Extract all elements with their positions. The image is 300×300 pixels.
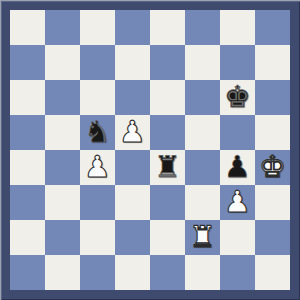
square-b5[interactable] xyxy=(45,115,80,150)
square-d6[interactable] xyxy=(115,80,150,115)
square-b1[interactable] xyxy=(45,255,80,290)
square-a8[interactable] xyxy=(10,10,45,45)
black-knight[interactable]: ♞ xyxy=(84,115,111,149)
square-c3[interactable] xyxy=(80,185,115,220)
square-h3[interactable] xyxy=(255,185,290,220)
square-f7[interactable] xyxy=(185,45,220,80)
square-f5[interactable] xyxy=(185,115,220,150)
square-h6[interactable] xyxy=(255,80,290,115)
square-g3[interactable]: ♟ xyxy=(220,185,255,220)
square-c2[interactable] xyxy=(80,220,115,255)
square-b8[interactable] xyxy=(45,10,80,45)
square-d3[interactable] xyxy=(115,185,150,220)
square-e8[interactable] xyxy=(150,10,185,45)
black-king[interactable]: ♚ xyxy=(224,80,251,114)
white-pawn[interactable]: ♟ xyxy=(224,185,251,219)
square-h4[interactable]: ♚ xyxy=(255,150,290,185)
square-e4[interactable]: ♜ xyxy=(150,150,185,185)
square-b2[interactable] xyxy=(45,220,80,255)
square-c6[interactable] xyxy=(80,80,115,115)
square-c8[interactable] xyxy=(80,10,115,45)
square-b7[interactable] xyxy=(45,45,80,80)
square-c7[interactable] xyxy=(80,45,115,80)
square-a4[interactable] xyxy=(10,150,45,185)
square-a2[interactable] xyxy=(10,220,45,255)
black-rook[interactable]: ♜ xyxy=(154,150,181,184)
square-c1[interactable] xyxy=(80,255,115,290)
square-f2[interactable]: ♜ xyxy=(185,220,220,255)
square-a7[interactable] xyxy=(10,45,45,80)
square-h2[interactable] xyxy=(255,220,290,255)
square-g6[interactable]: ♚ xyxy=(220,80,255,115)
square-g1[interactable] xyxy=(220,255,255,290)
square-c4[interactable]: ♟ xyxy=(80,150,115,185)
white-rook[interactable]: ♜ xyxy=(189,220,216,254)
square-e1[interactable] xyxy=(150,255,185,290)
white-king[interactable]: ♚ xyxy=(259,150,286,184)
square-a5[interactable] xyxy=(10,115,45,150)
black-pawn[interactable]: ♟ xyxy=(224,150,251,184)
square-d7[interactable] xyxy=(115,45,150,80)
square-a6[interactable] xyxy=(10,80,45,115)
square-e5[interactable] xyxy=(150,115,185,150)
square-b4[interactable] xyxy=(45,150,80,185)
board-frame: ♚♞♟♟♜♟♚♟♜ xyxy=(0,0,300,300)
white-pawn[interactable]: ♟ xyxy=(84,150,111,184)
square-d1[interactable] xyxy=(115,255,150,290)
square-e3[interactable] xyxy=(150,185,185,220)
square-h8[interactable] xyxy=(255,10,290,45)
square-g4[interactable]: ♟ xyxy=(220,150,255,185)
square-d4[interactable] xyxy=(115,150,150,185)
square-f1[interactable] xyxy=(185,255,220,290)
square-e6[interactable] xyxy=(150,80,185,115)
square-d2[interactable] xyxy=(115,220,150,255)
chessboard: ♚♞♟♟♜♟♚♟♜ xyxy=(10,10,290,290)
square-g8[interactable] xyxy=(220,10,255,45)
square-b3[interactable] xyxy=(45,185,80,220)
square-b6[interactable] xyxy=(45,80,80,115)
square-g7[interactable] xyxy=(220,45,255,80)
square-c5[interactable]: ♞ xyxy=(80,115,115,150)
square-f8[interactable] xyxy=(185,10,220,45)
square-f4[interactable] xyxy=(185,150,220,185)
square-a3[interactable] xyxy=(10,185,45,220)
square-h7[interactable] xyxy=(255,45,290,80)
square-h5[interactable] xyxy=(255,115,290,150)
square-a1[interactable] xyxy=(10,255,45,290)
square-h1[interactable] xyxy=(255,255,290,290)
square-d8[interactable] xyxy=(115,10,150,45)
square-g5[interactable] xyxy=(220,115,255,150)
square-e7[interactable] xyxy=(150,45,185,80)
square-f3[interactable] xyxy=(185,185,220,220)
square-g2[interactable] xyxy=(220,220,255,255)
square-f6[interactable] xyxy=(185,80,220,115)
white-pawn[interactable]: ♟ xyxy=(119,115,146,149)
square-e2[interactable] xyxy=(150,220,185,255)
square-d5[interactable]: ♟ xyxy=(115,115,150,150)
